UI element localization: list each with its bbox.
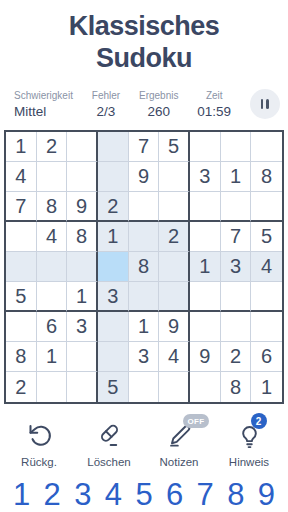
grid-cell-r3c2[interactable]: 8 bbox=[37, 192, 68, 222]
grid-cell-r2c9[interactable]: 8 bbox=[251, 162, 282, 192]
grid-cell-r4c8[interactable]: 7 bbox=[221, 222, 252, 252]
hint-label: Hinweis bbox=[229, 456, 269, 468]
numpad-key-4[interactable]: 4 bbox=[105, 478, 122, 512]
erase-button[interactable]: Löschen bbox=[76, 422, 142, 468]
time-value: 01:59 bbox=[197, 104, 231, 119]
grid-cell-r9c9[interactable]: 1 bbox=[251, 372, 282, 402]
grid-cell-r4c5[interactable] bbox=[129, 222, 160, 252]
grid-cell-r3c7[interactable] bbox=[190, 192, 221, 222]
grid-cell-r7c4[interactable] bbox=[98, 312, 129, 342]
grid-cell-r1c5[interactable]: 7 bbox=[129, 132, 160, 162]
grid-cell-r7c2[interactable]: 6 bbox=[37, 312, 68, 342]
page-title: Klassisches Sudoku bbox=[0, 0, 288, 74]
numpad-key-6[interactable]: 6 bbox=[166, 478, 183, 512]
grid-cell-r7c1[interactable] bbox=[6, 312, 37, 342]
grid-cell-r2c5[interactable]: 9 bbox=[129, 162, 160, 192]
grid-cell-r2c4[interactable] bbox=[98, 162, 129, 192]
grid-cell-r3c9[interactable] bbox=[251, 192, 282, 222]
numpad-key-8[interactable]: 8 bbox=[227, 478, 244, 512]
grid-cell-r6c5[interactable] bbox=[129, 282, 160, 312]
grid-cell-r4c6[interactable]: 2 bbox=[159, 222, 190, 252]
toolbar: Rückg. Löschen OFF Notizen bbox=[0, 408, 288, 468]
notes-label: Notizen bbox=[160, 456, 199, 468]
grid-cell-r8c1[interactable]: 8 bbox=[6, 342, 37, 372]
grid-cell-r6c6[interactable] bbox=[159, 282, 190, 312]
stats-bar: Schwierigkeit Mittel Fehler 2/3 Ergebnis… bbox=[0, 74, 288, 126]
grid-cell-r6c8[interactable] bbox=[221, 282, 252, 312]
grid-cell-r7c6[interactable]: 9 bbox=[159, 312, 190, 342]
erase-label: Löschen bbox=[87, 456, 130, 468]
grid-cell-r9c4[interactable]: 5 bbox=[98, 372, 129, 402]
grid-cell-r5c8[interactable]: 3 bbox=[221, 252, 252, 282]
numpad-key-5[interactable]: 5 bbox=[135, 478, 152, 512]
grid-cell-r2c1[interactable]: 4 bbox=[6, 162, 37, 192]
hint-count-badge: 2 bbox=[251, 413, 267, 429]
numpad-key-3[interactable]: 3 bbox=[74, 478, 91, 512]
grid-cell-r6c9[interactable] bbox=[251, 282, 282, 312]
sudoku-grid: 1275493187892481275813451363198134926258… bbox=[4, 130, 284, 404]
grid-cell-r7c3[interactable]: 3 bbox=[67, 312, 98, 342]
hint-button[interactable]: 2 Hinweis bbox=[216, 422, 282, 468]
grid-cell-r4c2[interactable]: 4 bbox=[37, 222, 68, 252]
grid-cell-r4c7[interactable] bbox=[190, 222, 221, 252]
grid-cell-r9c7[interactable] bbox=[190, 372, 221, 402]
undo-icon bbox=[26, 422, 53, 449]
grid-cell-r4c3[interactable]: 8 bbox=[67, 222, 98, 252]
undo-label: Rückg. bbox=[21, 456, 57, 468]
grid-cell-r7c7[interactable] bbox=[190, 312, 221, 342]
grid-cell-r8c5[interactable]: 3 bbox=[129, 342, 160, 372]
grid-cell-r5c2[interactable] bbox=[37, 252, 68, 282]
grid-cell-r5c4[interactable] bbox=[98, 252, 129, 282]
numpad: 123456789 bbox=[0, 468, 288, 512]
title-line-2: Sudoku bbox=[0, 42, 288, 74]
difficulty-value: Mittel bbox=[14, 104, 73, 119]
grid-cell-r9c2[interactable] bbox=[37, 372, 68, 402]
score-value: 260 bbox=[139, 104, 178, 119]
grid-cell-r5c6[interactable] bbox=[159, 252, 190, 282]
score-label: Ergebnis bbox=[139, 90, 178, 101]
mistakes-label: Fehler bbox=[92, 90, 120, 101]
grid-cell-r6c2[interactable] bbox=[37, 282, 68, 312]
grid-cell-r3c6[interactable] bbox=[159, 192, 190, 222]
grid-cell-r8c3[interactable] bbox=[67, 342, 98, 372]
grid-cell-r9c1[interactable]: 2 bbox=[6, 372, 37, 402]
grid-cell-r4c4[interactable]: 1 bbox=[98, 222, 129, 252]
eraser-icon bbox=[96, 422, 123, 449]
grid-cell-r3c5[interactable] bbox=[129, 192, 160, 222]
notes-off-badge: OFF bbox=[183, 414, 210, 428]
grid-cell-r2c3[interactable] bbox=[67, 162, 98, 192]
grid-cell-r8c8[interactable]: 2 bbox=[221, 342, 252, 372]
pencil-icon: OFF bbox=[166, 422, 193, 449]
grid-cell-r1c4[interactable] bbox=[98, 132, 129, 162]
grid-cell-r1c3[interactable] bbox=[67, 132, 98, 162]
grid-cell-r3c1[interactable]: 7 bbox=[6, 192, 37, 222]
grid-cell-r1c8[interactable] bbox=[221, 132, 252, 162]
grid-cell-r1c9[interactable] bbox=[251, 132, 282, 162]
grid-cell-r8c2[interactable]: 1 bbox=[37, 342, 68, 372]
grid-cell-r6c3[interactable]: 1 bbox=[67, 282, 98, 312]
grid-cell-r9c8[interactable]: 8 bbox=[221, 372, 252, 402]
grid-cell-r7c9[interactable] bbox=[251, 312, 282, 342]
mistakes-value: 2/3 bbox=[92, 104, 120, 119]
grid-cell-r6c1[interactable]: 5 bbox=[6, 282, 37, 312]
grid-cell-r5c9[interactable]: 4 bbox=[251, 252, 282, 282]
grid-cell-r1c2[interactable]: 2 bbox=[37, 132, 68, 162]
grid-cell-r2c8[interactable]: 1 bbox=[221, 162, 252, 192]
grid-cell-r2c2[interactable] bbox=[37, 162, 68, 192]
numpad-key-9[interactable]: 9 bbox=[258, 478, 275, 512]
grid-cell-r8c6[interactable]: 4 bbox=[159, 342, 190, 372]
grid-cell-r2c6[interactable] bbox=[159, 162, 190, 192]
grid-cell-r8c7[interactable]: 9 bbox=[190, 342, 221, 372]
notes-button[interactable]: OFF Notizen bbox=[146, 422, 212, 468]
grid-cell-r3c4[interactable]: 2 bbox=[98, 192, 129, 222]
title-line-1: Klassisches bbox=[0, 10, 288, 42]
grid-cell-r4c1[interactable] bbox=[6, 222, 37, 252]
grid-cell-r3c8[interactable] bbox=[221, 192, 252, 222]
grid-cell-r4c9[interactable]: 5 bbox=[251, 222, 282, 252]
undo-button[interactable]: Rückg. bbox=[6, 422, 72, 468]
lightbulb-icon: 2 bbox=[236, 422, 263, 449]
stat-time: Zeit 01:59 bbox=[197, 90, 231, 119]
stat-mistakes: Fehler 2/3 bbox=[92, 90, 120, 119]
grid-cell-r9c6[interactable] bbox=[159, 372, 190, 402]
time-label: Zeit bbox=[197, 90, 231, 101]
grid-cell-r8c9[interactable]: 6 bbox=[251, 342, 282, 372]
numpad-key-7[interactable]: 7 bbox=[197, 478, 214, 512]
pause-icon bbox=[261, 99, 264, 109]
grid-cell-r9c3[interactable] bbox=[67, 372, 98, 402]
grid-cell-r2c7[interactable]: 3 bbox=[190, 162, 221, 192]
grid-cell-r1c6[interactable]: 5 bbox=[159, 132, 190, 162]
stat-difficulty: Schwierigkeit Mittel bbox=[14, 90, 73, 119]
numpad-key-1[interactable]: 1 bbox=[13, 478, 30, 512]
grid-cell-r5c1[interactable] bbox=[6, 252, 37, 282]
grid-cell-r5c7[interactable]: 1 bbox=[190, 252, 221, 282]
grid-cell-r9c5[interactable] bbox=[129, 372, 160, 402]
numpad-key-2[interactable]: 2 bbox=[44, 478, 61, 512]
grid-cell-r6c4[interactable]: 3 bbox=[98, 282, 129, 312]
grid-cell-r3c3[interactable]: 9 bbox=[67, 192, 98, 222]
sudoku-app: Klassisches Sudoku Schwierigkeit Mittel … bbox=[0, 0, 288, 512]
grid-cell-r1c7[interactable] bbox=[190, 132, 221, 162]
pause-button[interactable] bbox=[250, 89, 280, 119]
grid-cell-r5c5[interactable]: 8 bbox=[129, 252, 160, 282]
grid-cell-r8c4[interactable] bbox=[98, 342, 129, 372]
stat-score: Ergebnis 260 bbox=[139, 90, 178, 119]
grid-cell-r7c8[interactable] bbox=[221, 312, 252, 342]
difficulty-label: Schwierigkeit bbox=[14, 90, 73, 101]
grid-cell-r1c1[interactable]: 1 bbox=[6, 132, 37, 162]
grid-cell-r5c3[interactable] bbox=[67, 252, 98, 282]
grid-cell-r7c5[interactable]: 1 bbox=[129, 312, 160, 342]
grid-cell-r6c7[interactable] bbox=[190, 282, 221, 312]
